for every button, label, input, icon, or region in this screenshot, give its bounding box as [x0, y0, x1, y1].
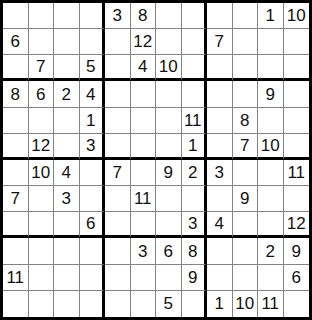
cell-r7c11[interactable] [258, 160, 284, 186]
cell-r12c9[interactable]: 1 [207, 291, 233, 317]
cell-r3c1[interactable] [3, 55, 29, 81]
cell-r2c6[interactable]: 12 [131, 29, 157, 55]
cell-r10c11[interactable]: 2 [258, 238, 284, 264]
cell-r11c7[interactable] [156, 265, 182, 291]
cell-r6c6[interactable] [131, 134, 157, 160]
cell-r10c5[interactable] [105, 238, 131, 264]
cell-r7c3[interactable]: 4 [54, 160, 80, 186]
cell-r6c11[interactable]: 10 [258, 134, 284, 160]
cell-r6c9[interactable] [207, 134, 233, 160]
cell-r8c11[interactable] [258, 186, 284, 212]
cell-r11c5[interactable] [105, 265, 131, 291]
cell-r6c8[interactable]: 1 [182, 134, 208, 160]
cell-r1c3[interactable] [54, 3, 80, 29]
cell-r9c9[interactable]: 4 [207, 212, 233, 238]
cell-r10c6[interactable]: 3 [131, 238, 157, 264]
cell-r7c1[interactable] [3, 160, 29, 186]
cell-r1c5[interactable]: 3 [105, 3, 131, 29]
cell-r4c10[interactable] [233, 81, 259, 107]
cell-r10c8[interactable]: 8 [182, 238, 208, 264]
cell-r2c7[interactable] [156, 29, 182, 55]
cell-r1c4[interactable] [80, 3, 106, 29]
cell-r10c10[interactable] [233, 238, 259, 264]
cell-r5c10[interactable]: 8 [233, 108, 259, 134]
cell-r5c8[interactable]: 11 [182, 108, 208, 134]
cell-r8c5[interactable] [105, 186, 131, 212]
cell-r1c12[interactable]: 10 [284, 3, 310, 29]
cell-r10c7[interactable]: 6 [156, 238, 182, 264]
cell-r3c10[interactable] [233, 55, 259, 81]
cell-r1c6[interactable]: 8 [131, 3, 157, 29]
cell-r7c8[interactable]: 2 [182, 160, 208, 186]
cell-r7c6[interactable] [131, 160, 157, 186]
cell-r4c7[interactable] [156, 81, 182, 107]
cell-r7c5[interactable]: 7 [105, 160, 131, 186]
cell-r4c5[interactable] [105, 81, 131, 107]
cell-r1c9[interactable] [207, 3, 233, 29]
cell-r9c12[interactable]: 12 [284, 212, 310, 238]
cell-r1c2[interactable] [29, 3, 55, 29]
cell-r12c4[interactable] [80, 291, 106, 317]
cell-r5c2[interactable] [29, 108, 55, 134]
cell-r8c3[interactable]: 3 [54, 186, 80, 212]
cell-r2c1[interactable]: 6 [3, 29, 29, 55]
cell-r8c10[interactable]: 9 [233, 186, 259, 212]
cell-r12c12[interactable] [284, 291, 310, 317]
cell-r9c3[interactable] [54, 212, 80, 238]
sudoku-board: 3811061277541086249111812317101047923117… [0, 0, 312, 320]
cell-r9c6[interactable] [131, 212, 157, 238]
cell-r2c10[interactable] [233, 29, 259, 55]
cell-r3c9[interactable] [207, 55, 233, 81]
cell-r4c9[interactable] [207, 81, 233, 107]
cell-r8c7[interactable] [156, 186, 182, 212]
cell-r2c11[interactable] [258, 29, 284, 55]
cell-r1c1[interactable] [3, 3, 29, 29]
cell-r11c12[interactable]: 6 [284, 265, 310, 291]
cell-r12c10[interactable]: 10 [233, 291, 259, 317]
cell-r11c8[interactable]: 9 [182, 265, 208, 291]
cell-r5c12[interactable] [284, 108, 310, 134]
cell-r6c1[interactable] [3, 134, 29, 160]
cell-r2c2[interactable] [29, 29, 55, 55]
cell-r6c10[interactable]: 7 [233, 134, 259, 160]
cell-r5c4[interactable]: 1 [80, 108, 106, 134]
cell-r12c3[interactable] [54, 291, 80, 317]
cell-r2c9[interactable]: 7 [207, 29, 233, 55]
cell-r5c5[interactable] [105, 108, 131, 134]
cell-r9c4[interactable]: 6 [80, 212, 106, 238]
cell-r9c5[interactable] [105, 212, 131, 238]
cell-r7c4[interactable] [80, 160, 106, 186]
cell-r2c5[interactable] [105, 29, 131, 55]
cell-r9c7[interactable] [156, 212, 182, 238]
cell-r11c11[interactable] [258, 265, 284, 291]
cell-r12c2[interactable] [29, 291, 55, 317]
cell-r11c3[interactable] [54, 265, 80, 291]
cell-r11c9[interactable] [207, 265, 233, 291]
cell-r9c2[interactable] [29, 212, 55, 238]
cell-r3c5[interactable] [105, 55, 131, 81]
cell-r11c2[interactable] [29, 265, 55, 291]
cell-r9c10[interactable] [233, 212, 259, 238]
cell-r3c6[interactable]: 4 [131, 55, 157, 81]
cell-r11c1[interactable]: 11 [3, 265, 29, 291]
cell-r6c3[interactable] [54, 134, 80, 160]
cell-r10c2[interactable] [29, 238, 55, 264]
cell-r3c11[interactable] [258, 55, 284, 81]
cell-r3c4[interactable]: 5 [80, 55, 106, 81]
cell-r8c8[interactable] [182, 186, 208, 212]
cell-r10c12[interactable]: 9 [284, 238, 310, 264]
cell-r6c4[interactable]: 3 [80, 134, 106, 160]
cell-r7c2[interactable]: 10 [29, 160, 55, 186]
cell-r8c4[interactable] [80, 186, 106, 212]
cell-r1c7[interactable] [156, 3, 182, 29]
cell-r8c9[interactable] [207, 186, 233, 212]
cell-r3c2[interactable]: 7 [29, 55, 55, 81]
cell-r3c3[interactable] [54, 55, 80, 81]
cell-r4c12[interactable] [284, 81, 310, 107]
cell-r4c2[interactable]: 6 [29, 81, 55, 107]
cell-r7c10[interactable] [233, 160, 259, 186]
cell-r1c11[interactable]: 1 [258, 3, 284, 29]
cell-r12c8[interactable] [182, 291, 208, 317]
cell-r8c2[interactable] [29, 186, 55, 212]
cell-r4c3[interactable]: 2 [54, 81, 80, 107]
cell-r10c4[interactable] [80, 238, 106, 264]
cell-r12c11[interactable]: 11 [258, 291, 284, 317]
cell-r8c1[interactable]: 7 [3, 186, 29, 212]
cell-r12c7[interactable]: 5 [156, 291, 182, 317]
cell-r9c11[interactable] [258, 212, 284, 238]
cell-r10c1[interactable] [3, 238, 29, 264]
cell-r9c8[interactable]: 3 [182, 212, 208, 238]
cell-r1c10[interactable] [233, 3, 259, 29]
cell-r1c8[interactable] [182, 3, 208, 29]
cell-r2c4[interactable] [80, 29, 106, 55]
cell-r2c3[interactable] [54, 29, 80, 55]
cell-r6c2[interactable]: 12 [29, 134, 55, 160]
cell-r10c9[interactable] [207, 238, 233, 264]
cell-r6c12[interactable] [284, 134, 310, 160]
cell-r11c4[interactable] [80, 265, 106, 291]
cell-r12c1[interactable] [3, 291, 29, 317]
cell-r4c6[interactable] [131, 81, 157, 107]
cell-r7c12[interactable]: 11 [284, 160, 310, 186]
cell-r6c7[interactable] [156, 134, 182, 160]
cell-r3c7[interactable]: 10 [156, 55, 182, 81]
cell-r3c12[interactable] [284, 55, 310, 81]
cell-r5c3[interactable] [54, 108, 80, 134]
cell-r5c7[interactable] [156, 108, 182, 134]
cell-r11c6[interactable] [131, 265, 157, 291]
cell-r2c12[interactable] [284, 29, 310, 55]
cell-r5c1[interactable] [3, 108, 29, 134]
cell-r12c6[interactable] [131, 291, 157, 317]
cell-r3c8[interactable] [182, 55, 208, 81]
cell-r6c5[interactable] [105, 134, 131, 160]
cell-r5c9[interactable] [207, 108, 233, 134]
cell-r4c1[interactable]: 8 [3, 81, 29, 107]
cell-r7c7[interactable]: 9 [156, 160, 182, 186]
cell-r8c12[interactable] [284, 186, 310, 212]
cell-r11c10[interactable] [233, 265, 259, 291]
cell-r4c8[interactable] [182, 81, 208, 107]
cell-r7c9[interactable]: 3 [207, 160, 233, 186]
cell-r9c1[interactable] [3, 212, 29, 238]
cell-r2c8[interactable] [182, 29, 208, 55]
cell-r10c3[interactable] [54, 238, 80, 264]
cell-r4c11[interactable]: 9 [258, 81, 284, 107]
cell-r5c11[interactable] [258, 108, 284, 134]
cell-r4c4[interactable]: 4 [80, 81, 106, 107]
cell-r8c6[interactable]: 11 [131, 186, 157, 212]
cell-r5c6[interactable] [131, 108, 157, 134]
cell-r12c5[interactable] [105, 291, 131, 317]
